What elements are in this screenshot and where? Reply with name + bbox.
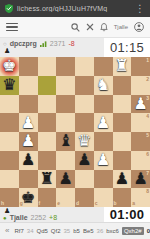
black-pawn[interactable]: ♟	[115, 170, 129, 188]
square-d8[interactable]: d	[75, 188, 94, 207]
file-label-a: a	[132, 201, 135, 206]
move-token[interactable]: Qxh2#	[122, 227, 144, 235]
square-b4[interactable]	[113, 113, 132, 132]
square-b1[interactable]: ♜	[113, 57, 132, 76]
square-e7[interactable]: ♟	[56, 170, 75, 189]
square-e2[interactable]	[56, 76, 75, 95]
square-b8[interactable]: b	[113, 188, 132, 207]
square-b5[interactable]	[113, 132, 132, 151]
square-a5[interactable]: 5	[131, 132, 150, 151]
rank-label-3: 3	[146, 96, 149, 101]
square-a4[interactable]: 4	[131, 113, 150, 132]
white-knight[interactable]: ♞	[96, 76, 110, 94]
bottom-player-name[interactable]: Tjalle	[10, 214, 28, 222]
square-d5[interactable]: ♛	[75, 132, 94, 151]
black-bishop[interactable]: ♝	[58, 132, 72, 150]
square-g5[interactable]: ♟	[19, 132, 38, 151]
black-rook[interactable]: ♜	[40, 170, 54, 188]
move-number: 36	[97, 228, 104, 234]
black-king[interactable]: ♚	[21, 189, 35, 207]
square-e8[interactable]: e	[56, 188, 75, 207]
black-pawn[interactable]: ♟	[21, 151, 35, 169]
square-g1[interactable]	[19, 57, 38, 76]
square-h4[interactable]	[0, 113, 19, 132]
file-label-c: c	[95, 201, 98, 206]
file-label-g: g	[20, 201, 23, 206]
rank-label-2: 2	[146, 77, 149, 82]
top-player-bar: ○ dpczprg 2371 -8 ♟ 01:15	[0, 38, 150, 57]
square-c7[interactable]	[94, 170, 113, 189]
file-label-d: d	[76, 201, 79, 206]
square-c6[interactable]: ♟	[94, 151, 113, 170]
signal-bars-icon	[40, 41, 47, 47]
square-d1[interactable]	[75, 57, 94, 76]
move-token[interactable]: Qd5	[36, 228, 47, 234]
square-e4[interactable]	[56, 113, 75, 132]
white-pawn[interactable]: ♟	[21, 114, 35, 132]
square-c1[interactable]	[94, 57, 113, 76]
move-list: Rf734Qd5Qf235b5Be536bxc6Qxh2#0-1	[14, 227, 150, 235]
square-b7[interactable]: ♟	[113, 170, 132, 189]
move-token[interactable]: Be5	[83, 228, 94, 234]
browser-menu-icon[interactable]: ⋮	[135, 4, 145, 14]
square-h5[interactable]	[0, 132, 19, 151]
url-text[interactable]: lichess.org/qHJJUuH7fVMq	[17, 5, 131, 12]
square-a7[interactable]: ♟7	[131, 170, 150, 189]
site-security-shield-icon[interactable]	[5, 4, 13, 13]
square-e3[interactable]	[56, 95, 75, 114]
square-e5[interactable]: ♝	[56, 132, 75, 151]
white-pawn[interactable]: ♟	[96, 151, 110, 169]
search-icon[interactable]	[71, 23, 80, 32]
square-f2[interactable]	[38, 76, 57, 95]
bottom-player-rating-change: +8	[49, 214, 57, 222]
square-a2[interactable]: 2	[131, 76, 150, 95]
move-token[interactable]: Rf7	[14, 228, 23, 234]
bottom-player-clock: 01:00	[104, 207, 150, 222]
rank-label-7: 7	[146, 171, 149, 176]
black-pawn[interactable]: ♟	[58, 170, 72, 188]
square-b6[interactable]	[113, 151, 132, 170]
rank-label-4: 4	[146, 114, 149, 119]
square-g2[interactable]	[19, 76, 38, 95]
square-h8[interactable]: h	[0, 188, 19, 207]
square-c2[interactable]: ♞	[94, 76, 113, 95]
file-label-b: b	[114, 201, 117, 206]
square-c3[interactable]	[94, 95, 113, 114]
square-a3[interactable]: ♟3	[131, 95, 150, 114]
square-g7[interactable]	[19, 170, 38, 189]
square-b3[interactable]	[113, 95, 132, 114]
move-number: 35	[64, 228, 71, 234]
square-f5[interactable]	[38, 132, 57, 151]
site-header: Tjalle	[0, 17, 150, 38]
square-f8[interactable]: f	[38, 188, 57, 207]
move-number: 34	[27, 228, 34, 234]
square-c8[interactable]: c	[94, 188, 113, 207]
crossed-swords-icon[interactable]	[86, 23, 94, 31]
top-player-name[interactable]: dpczprg	[10, 40, 37, 48]
square-g6[interactable]: ♟	[19, 151, 38, 170]
rank-label-5: 5	[146, 133, 149, 138]
move-token[interactable]: Qf2	[51, 228, 61, 234]
browser-address-bar[interactable]: lichess.org/qHJJUuH7fVMq ⋮	[0, 0, 150, 17]
square-g8[interactable]: ♚g	[19, 188, 38, 207]
bell-icon[interactable]	[100, 23, 108, 32]
square-a1[interactable]: 1	[131, 57, 150, 76]
black-pawn[interactable]: ♟	[77, 151, 91, 169]
square-f1[interactable]	[38, 57, 57, 76]
square-a6[interactable]: 6	[131, 151, 150, 170]
square-f7[interactable]: ♜	[38, 170, 57, 189]
top-player-rating: 2371	[50, 40, 66, 48]
first-move-button[interactable]: «	[3, 227, 11, 235]
square-d6[interactable]: ♟	[75, 151, 94, 170]
file-label-h: h	[1, 201, 4, 206]
square-a8[interactable]: a8	[131, 188, 150, 207]
white-queen[interactable]: ♛	[77, 132, 91, 150]
square-d4[interactable]	[75, 113, 94, 132]
square-c4[interactable]: ♟	[94, 113, 113, 132]
rank-label-6: 6	[146, 152, 149, 157]
square-g4[interactable]: ♟	[19, 113, 38, 132]
square-f4[interactable]	[38, 113, 57, 132]
move-token[interactable]: b5	[73, 228, 80, 234]
white-pawn[interactable]: ♟	[96, 114, 110, 132]
bottom-player-rating: 2252	[31, 214, 47, 222]
square-h1[interactable]: ♚	[0, 57, 19, 76]
file-label-e: e	[57, 201, 60, 206]
bottom-player-status-icon: ●	[3, 215, 7, 221]
square-d2[interactable]	[75, 76, 94, 95]
square-g3[interactable]	[19, 95, 38, 114]
header-username[interactable]: Tjalle	[114, 24, 128, 30]
move-list-bar: « Rf734Qd5Qf235b5Be536bxc6Qxh2#0-1 »	[0, 222, 150, 239]
rank-label-8: 8	[146, 189, 149, 194]
square-e1[interactable]	[56, 57, 75, 76]
square-d7[interactable]	[75, 170, 94, 189]
square-e6[interactable]	[56, 151, 75, 170]
hamburger-menu-icon[interactable]	[6, 23, 18, 32]
square-h2[interactable]: ♛	[0, 76, 19, 95]
square-f3[interactable]	[38, 95, 57, 114]
white-pawn[interactable]: ♟	[21, 132, 35, 150]
bottom-player-bar: ♟ ● Tjalle 2252 +8 01:00	[0, 207, 150, 222]
move-token[interactable]: bxc6	[106, 228, 119, 234]
white-king[interactable]: ♚	[2, 57, 16, 75]
square-f6[interactable]	[38, 151, 57, 170]
square-c5[interactable]	[94, 132, 113, 151]
avatar-icon[interactable]	[134, 22, 144, 32]
rank-label-1: 1	[146, 58, 149, 63]
game-result[interactable]: 0-1	[147, 228, 150, 234]
square-h7[interactable]	[0, 170, 19, 189]
square-h6[interactable]	[0, 151, 19, 170]
file-label-f: f	[39, 201, 41, 206]
top-player-clock: 01:15	[104, 38, 150, 57]
chess-board[interactable]: ♚♜1♛♞2♟3♟♟4♟♝♛5♟♟♟6♜♟♟♟7h♚gfedcba8	[0, 57, 150, 207]
white-rook[interactable]: ♜	[115, 57, 129, 75]
black-queen[interactable]: ♛	[2, 76, 16, 94]
square-d3[interactable]	[75, 95, 94, 114]
top-player-rating-change: -8	[68, 40, 74, 48]
square-h3[interactable]	[0, 95, 19, 114]
square-b2[interactable]	[113, 76, 132, 95]
